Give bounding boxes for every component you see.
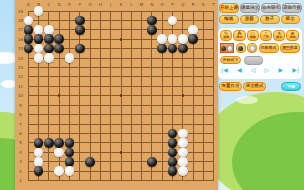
white-stone-icon — [227, 45, 234, 52]
black-stone[interactable] — [168, 166, 178, 176]
row-label: 11 — [15, 84, 26, 89]
number-tool-button[interactable]: ①数字 — [273, 30, 285, 41]
erase-tool-button[interactable]: ⊗清除 — [286, 30, 298, 41]
white-stone[interactable] — [24, 16, 34, 26]
white-stone-icon — [249, 45, 256, 52]
white-stone[interactable] — [178, 148, 188, 158]
estimate-button[interactable]: 形势 — [240, 15, 260, 24]
white-stone[interactable] — [178, 138, 188, 148]
grid-line — [28, 124, 214, 125]
white-stone[interactable] — [65, 53, 75, 63]
try-moves-button[interactable]: 开始试下 — [220, 56, 241, 64]
white-stone[interactable] — [34, 53, 44, 63]
star-point — [120, 38, 123, 41]
adjust-komi-button[interactable]: 调整目数 — [282, 3, 302, 13]
black-stone[interactable] — [65, 157, 75, 167]
star-point — [182, 94, 185, 97]
column-label: O — [157, 2, 167, 7]
white-stone[interactable] — [157, 34, 167, 44]
column-label: P — [168, 2, 178, 7]
row-label: 6 — [15, 131, 26, 136]
white-stone[interactable] — [54, 148, 64, 158]
column-label: R — [188, 2, 198, 7]
black-stone[interactable] — [168, 129, 178, 139]
column-label: S — [198, 2, 208, 7]
tools-panel: ✎画笔 A标记 ○圆圈 △三角 ①数字 ⊗清除 切换模式 清空棋盘 开始试下 |… — [218, 28, 302, 79]
column-label: A — [23, 2, 33, 7]
black-stone[interactable] — [85, 157, 95, 167]
white-stone[interactable] — [168, 34, 178, 44]
control-panel: 开始上课 课堂演示 自由研究 调整目数 悔棋 形势 数子 提示 ✎画笔 A标记 … — [218, 0, 304, 190]
black-stone[interactable] — [75, 16, 85, 26]
white-stone[interactable] — [178, 34, 188, 44]
white-stone[interactable] — [188, 25, 198, 35]
black-stone-icon — [238, 46, 243, 51]
row-label: 4 — [15, 150, 26, 155]
black-stone[interactable] — [75, 25, 85, 35]
undo-button[interactable]: 悔棋 — [219, 15, 239, 24]
column-label: H — [95, 2, 105, 7]
white-stone[interactable] — [178, 129, 188, 139]
count-button[interactable]: 数子 — [260, 15, 280, 24]
mode-alternate-button[interactable] — [220, 43, 234, 53]
black-stone[interactable] — [34, 138, 44, 148]
black-stone[interactable] — [65, 148, 75, 158]
black-stone[interactable] — [34, 166, 44, 176]
black-stone[interactable] — [147, 25, 157, 35]
grid-line — [141, 11, 142, 182]
column-label: M — [137, 2, 147, 7]
column-label: K — [116, 2, 126, 7]
app-window: ABCDEFGHJKLMNOPQRST191817161514131211109… — [0, 0, 304, 190]
pen-tool-button[interactable]: ✎画笔 — [220, 30, 232, 41]
black-stone[interactable] — [65, 138, 75, 148]
black-stone[interactable] — [44, 138, 54, 148]
mode-white-button[interactable] — [247, 43, 257, 53]
clear-board-button[interactable]: 清空棋盘 — [280, 43, 300, 53]
column-label: N — [147, 2, 157, 7]
black-stone[interactable] — [44, 34, 54, 44]
letter-tool-button[interactable]: A标记 — [233, 30, 245, 41]
white-stone[interactable] — [65, 166, 75, 176]
black-stone[interactable] — [168, 44, 178, 54]
white-stone[interactable] — [178, 166, 188, 176]
white-stone[interactable] — [44, 25, 54, 35]
grid-line — [203, 11, 204, 182]
column-label: L — [126, 2, 136, 7]
row-label: 1 — [15, 178, 26, 183]
go-board[interactable]: ABCDEFGHJKLMNOPQRST191817161514131211109… — [15, 0, 218, 190]
demo-mode-button[interactable]: 演示模式 — [243, 82, 266, 91]
row-label: 13 — [15, 65, 26, 70]
white-stone[interactable] — [54, 166, 64, 176]
black-stone[interactable] — [24, 25, 34, 35]
free-study-button[interactable]: 自由研究 — [261, 3, 281, 13]
black-stone[interactable] — [44, 44, 54, 54]
prev-move-icon[interactable]: ◁ — [251, 66, 256, 74]
white-stone[interactable] — [34, 25, 44, 35]
circle-tool-button[interactable]: ○圆圈 — [247, 30, 259, 41]
black-stone[interactable] — [157, 44, 167, 54]
black-stone[interactable] — [147, 157, 157, 167]
forward-icon[interactable]: ▶ — [278, 66, 283, 74]
column-label: J — [106, 2, 116, 7]
white-stone[interactable] — [34, 157, 44, 167]
black-stone[interactable] — [168, 148, 178, 158]
swap-mode-button[interactable]: 切换模式 — [259, 43, 279, 53]
column-label: G — [85, 2, 95, 7]
black-stone[interactable] — [147, 16, 157, 26]
grid-line — [28, 105, 214, 106]
mode-black-button[interactable] — [236, 43, 246, 53]
grid-line — [131, 11, 132, 182]
row-label: 12 — [15, 74, 26, 79]
row-label: 5 — [15, 140, 26, 145]
row-label: 2 — [15, 169, 26, 174]
grid-line — [213, 11, 214, 182]
white-stone[interactable] — [34, 148, 44, 158]
white-stone[interactable] — [178, 157, 188, 167]
black-stone[interactable] — [54, 138, 64, 148]
black-stone[interactable] — [54, 44, 64, 54]
class-demo-button[interactable]: 课堂演示 — [240, 3, 260, 13]
row-label: 7 — [15, 122, 26, 127]
row-label: 9 — [15, 103, 26, 108]
black-stone[interactable] — [178, 44, 188, 54]
row-label: 10 — [15, 93, 26, 98]
playback-controls: |◀ ◀ ◁ ▷ ▶ ▶| — [221, 66, 299, 74]
first-move-icon[interactable]: |◀ — [221, 66, 228, 74]
last-move-icon[interactable]: ▶| — [292, 66, 299, 74]
hint-button[interactable]: 提示 — [281, 15, 301, 24]
grid-line — [28, 180, 214, 181]
row-label: 19 — [15, 9, 26, 14]
grid-line — [151, 11, 152, 182]
assign-homework-button[interactable]: 布置作业 — [219, 82, 242, 91]
white-stone[interactable] — [34, 6, 44, 16]
column-label: C — [44, 2, 54, 7]
star-point — [120, 151, 123, 154]
row-label: 3 — [15, 159, 26, 164]
star-point — [120, 94, 123, 97]
rewind-icon[interactable]: ◀ — [237, 66, 242, 74]
end-class-button[interactable]: 下课 — [281, 82, 301, 91]
black-stone[interactable] — [54, 34, 64, 44]
start-class-button[interactable]: 开始上课 — [219, 3, 239, 13]
black-stone[interactable] — [24, 34, 34, 44]
row-label: 14 — [15, 56, 26, 61]
black-stone-icon — [221, 46, 226, 51]
white-stone[interactable] — [168, 16, 178, 26]
black-stone[interactable] — [24, 44, 34, 54]
white-stone[interactable] — [34, 44, 44, 54]
column-label: Q — [178, 2, 188, 7]
black-stone[interactable] — [75, 44, 85, 54]
move-slider[interactable] — [244, 56, 263, 65]
column-label: F — [75, 2, 85, 7]
triangle-tool-button[interactable]: △三角 — [260, 30, 272, 41]
white-stone[interactable] — [44, 53, 54, 63]
black-stone[interactable] — [168, 138, 178, 148]
column-label: D — [54, 2, 64, 7]
black-stone[interactable] — [188, 34, 198, 44]
grid-line — [28, 114, 214, 115]
black-stone[interactable] — [34, 34, 44, 44]
row-label: 8 — [15, 112, 26, 117]
next-move-icon[interactable]: ▷ — [265, 66, 270, 74]
black-stone[interactable] — [168, 157, 178, 167]
column-label: E — [65, 2, 75, 7]
